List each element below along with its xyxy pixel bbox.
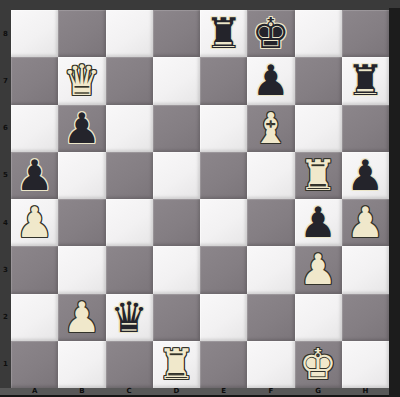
rank-label-5: 5: [0, 152, 11, 199]
chess-board: ♜♚♛♟♜♟♝♟♜♟♟♟♟♟♟♛♜♚: [11, 10, 389, 388]
rank-label-8: 8: [0, 10, 11, 57]
file-label-h: H: [342, 388, 389, 395]
square-f7[interactable]: ♟: [247, 57, 294, 104]
file-label-c: C: [106, 388, 153, 395]
square-a7[interactable]: [11, 57, 58, 104]
square-c4[interactable]: [106, 199, 153, 246]
file-label-f: F: [247, 388, 294, 395]
square-c8[interactable]: [106, 10, 153, 57]
square-d8[interactable]: [153, 10, 200, 57]
square-h7[interactable]: ♜: [342, 57, 389, 104]
square-g4[interactable]: ♟: [295, 199, 342, 246]
square-b1[interactable]: [58, 341, 105, 388]
piece-white-pawn[interactable]: ♟: [63, 294, 101, 341]
file-label-g: G: [295, 388, 342, 395]
square-d1[interactable]: ♜: [153, 341, 200, 388]
square-d3[interactable]: [153, 246, 200, 293]
rank-label-1: 1: [0, 341, 11, 388]
piece-white-queen[interactable]: ♛: [63, 57, 101, 104]
rank-label-4: 4: [0, 199, 11, 246]
square-a1[interactable]: [11, 341, 58, 388]
square-g1[interactable]: ♚: [295, 341, 342, 388]
square-f4[interactable]: [247, 199, 294, 246]
chess-diagram: ♜♚♛♟♜♟♝♟♜♟♟♟♟♟♟♛♜♚ 87654321 ABCDEFGH: [0, 0, 400, 397]
square-c3[interactable]: [106, 246, 153, 293]
square-h4[interactable]: ♟: [342, 199, 389, 246]
square-a4[interactable]: ♟: [11, 199, 58, 246]
square-b8[interactable]: [58, 10, 105, 57]
square-c1[interactable]: [106, 341, 153, 388]
file-label-b: B: [58, 388, 105, 395]
square-f5[interactable]: [247, 152, 294, 199]
piece-black-pawn[interactable]: ♟: [252, 57, 290, 104]
piece-black-pawn[interactable]: ♟: [347, 152, 385, 199]
piece-black-queen[interactable]: ♛: [110, 294, 148, 341]
square-e7[interactable]: [200, 57, 247, 104]
square-e4[interactable]: [200, 199, 247, 246]
square-g5[interactable]: ♜: [295, 152, 342, 199]
square-a8[interactable]: [11, 10, 58, 57]
board-right-edge: [389, 8, 400, 397]
square-f2[interactable]: [247, 294, 294, 341]
square-h2[interactable]: [342, 294, 389, 341]
square-g6[interactable]: [295, 105, 342, 152]
square-h3[interactable]: [342, 246, 389, 293]
square-h6[interactable]: [342, 105, 389, 152]
square-h8[interactable]: [342, 10, 389, 57]
piece-white-king[interactable]: ♚: [299, 341, 337, 388]
square-g2[interactable]: [295, 294, 342, 341]
rank-label-3: 3: [0, 246, 11, 293]
piece-black-king[interactable]: ♚: [252, 10, 290, 57]
square-f6[interactable]: ♝: [247, 105, 294, 152]
square-b7[interactable]: ♛: [58, 57, 105, 104]
piece-white-rook[interactable]: ♜: [299, 152, 337, 199]
square-c6[interactable]: [106, 105, 153, 152]
square-d5[interactable]: [153, 152, 200, 199]
piece-black-pawn[interactable]: ♟: [299, 199, 337, 246]
square-d6[interactable]: [153, 105, 200, 152]
square-b3[interactable]: [58, 246, 105, 293]
file-labels: ABCDEFGH: [11, 388, 389, 395]
square-h1[interactable]: [342, 341, 389, 388]
square-b6[interactable]: ♟: [58, 105, 105, 152]
square-g7[interactable]: [295, 57, 342, 104]
square-f1[interactable]: [247, 341, 294, 388]
piece-white-pawn[interactable]: ♟: [16, 199, 54, 246]
square-b2[interactable]: ♟: [58, 294, 105, 341]
square-a5[interactable]: ♟: [11, 152, 58, 199]
square-c2[interactable]: ♛: [106, 294, 153, 341]
piece-white-bishop[interactable]: ♝: [252, 105, 290, 152]
square-d7[interactable]: [153, 57, 200, 104]
piece-white-pawn[interactable]: ♟: [347, 199, 385, 246]
square-e2[interactable]: [200, 294, 247, 341]
square-a2[interactable]: [11, 294, 58, 341]
piece-black-rook[interactable]: ♜: [347, 57, 385, 104]
square-f8[interactable]: ♚: [247, 10, 294, 57]
rank-labels: 87654321: [0, 10, 11, 388]
rank-label-6: 6: [0, 105, 11, 152]
square-c5[interactable]: [106, 152, 153, 199]
square-b4[interactable]: [58, 199, 105, 246]
rank-label-7: 7: [0, 57, 11, 104]
piece-white-pawn[interactable]: ♟: [299, 246, 337, 293]
file-label-a: A: [11, 388, 58, 395]
square-d2[interactable]: [153, 294, 200, 341]
file-label-d: D: [153, 388, 200, 395]
square-e8[interactable]: ♜: [200, 10, 247, 57]
square-f3[interactable]: [247, 246, 294, 293]
square-g3[interactable]: ♟: [295, 246, 342, 293]
piece-black-pawn[interactable]: ♟: [63, 105, 101, 152]
square-b5[interactable]: [58, 152, 105, 199]
square-e3[interactable]: [200, 246, 247, 293]
piece-black-pawn[interactable]: ♟: [16, 152, 54, 199]
square-d4[interactable]: [153, 199, 200, 246]
square-e5[interactable]: [200, 152, 247, 199]
square-e6[interactable]: [200, 105, 247, 152]
piece-black-rook[interactable]: ♜: [205, 10, 243, 57]
square-g8[interactable]: [295, 10, 342, 57]
square-c7[interactable]: [106, 57, 153, 104]
square-e1[interactable]: [200, 341, 247, 388]
square-a3[interactable]: [11, 246, 58, 293]
square-a6[interactable]: [11, 105, 58, 152]
piece-white-rook[interactable]: ♜: [158, 341, 196, 388]
square-h5[interactable]: ♟: [342, 152, 389, 199]
file-label-e: E: [200, 388, 247, 395]
rank-label-2: 2: [0, 294, 11, 341]
